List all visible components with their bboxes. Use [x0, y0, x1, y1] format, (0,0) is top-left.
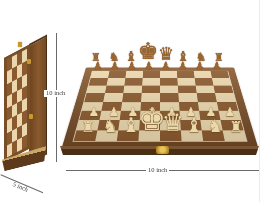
chess-piece-black-pawn: ♟: [128, 61, 137, 71]
width-dimension-label: 10 inch: [146, 167, 169, 174]
product-photo-chess-set: ♜♞♝♚♛♝♞♜♟♟♟♟♟♟♟♟♟♟♟♟♟♟♟♟♜♞♝♚♛♝♞♜ 10 inch…: [0, 0, 267, 202]
brass-clasp-icon: [156, 146, 169, 154]
depth-dimension-label: 5 inch: [12, 180, 30, 193]
board-square: [107, 78, 126, 85]
chess-piece-black-pawn: ♟: [94, 61, 103, 71]
chess-piece-black-pawn: ♟: [179, 61, 188, 71]
board-square: [196, 85, 215, 93]
chess-piece-black-pawn: ♟: [162, 61, 171, 71]
board-square: [160, 71, 177, 78]
chess-piece-black-pawn: ♟: [145, 61, 154, 71]
board-square: [197, 93, 217, 101]
depth-dimension-line: 5 inch: [0, 167, 46, 193]
board-square: [84, 93, 105, 101]
board-square: [212, 78, 231, 85]
board-square: [178, 93, 197, 101]
board-square: [125, 71, 143, 78]
height-dimension-label: 10 inch: [44, 90, 67, 97]
board-square: [160, 85, 178, 93]
chess-piece-white-knight: ♞: [207, 118, 222, 135]
board-square: [105, 85, 124, 93]
board-square: [89, 78, 108, 85]
chess-piece-black-pawn: ♟: [213, 61, 222, 71]
chess-piece-white-rook: ♜: [81, 120, 94, 135]
board-square: [213, 85, 233, 93]
chess-piece-white-pawn: ♟: [89, 106, 100, 118]
board-square: [123, 85, 142, 93]
brass-hinge-icon: [27, 59, 31, 64]
board-square: [177, 78, 195, 85]
board-square: [143, 71, 160, 78]
folded-box-side-panel: [29, 34, 47, 164]
brass-hinge-icon: [29, 114, 33, 119]
chess-piece-white-rook: ♜: [229, 120, 242, 135]
chess-piece-white-queen: ♛: [162, 110, 184, 135]
board-square: [91, 71, 110, 78]
photo-edge: [259, 0, 260, 202]
chess-piece-white-bishop: ♝: [185, 115, 203, 135]
chess-piece-black-pawn: ♟: [196, 61, 205, 71]
board-square: [142, 85, 160, 93]
board-square: [211, 71, 230, 78]
chess-piece-white-knight: ♞: [102, 118, 117, 135]
height-dimension-line: [56, 33, 57, 162]
board-square: [195, 78, 214, 85]
board-square: [178, 85, 197, 93]
board-square: [160, 78, 178, 85]
board-square: [215, 93, 236, 101]
folded-box-square: [22, 135, 27, 150]
chess-piece-white-pawn: ♟: [225, 106, 236, 118]
board-square: [142, 78, 160, 85]
board-square: [194, 71, 212, 78]
chess-piece-black-pawn: ♟: [111, 61, 120, 71]
board-square: [108, 71, 126, 78]
brass-hinge-icon: [18, 42, 22, 47]
board-square: [177, 71, 195, 78]
board-square: [103, 93, 123, 101]
board-square: [87, 85, 107, 93]
board-square: [124, 78, 142, 85]
folded-box-grid: [7, 49, 27, 158]
